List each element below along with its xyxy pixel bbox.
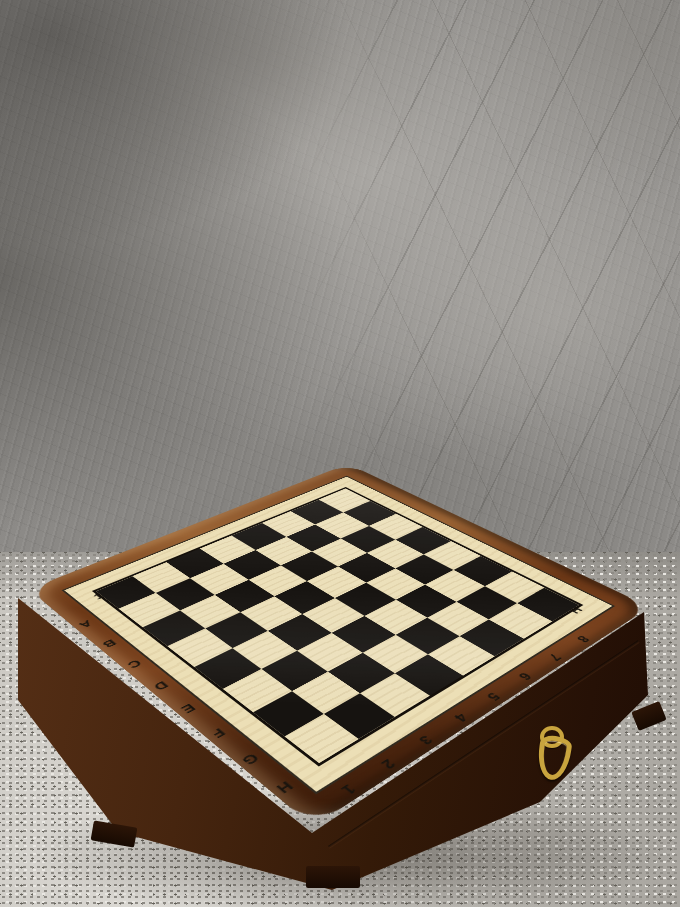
black-rook-icon: ♜ <box>251 588 393 746</box>
white-pawn-icon: ♟ <box>463 498 578 626</box>
chess-board: AABBCCDDEEFFGGHH1122334455667788 ♜♞♝♚♛♝♞… <box>28 464 650 827</box>
board-perspective: AABBCCDDEEFFGGHH1122334455667788 ♜♞♝♚♛♝♞… <box>0 0 680 907</box>
squares-grid: ♜♞♝♚♛♝♞♜♟♟♟♟♟♟♟♟♟♟♟♟♟♟♟♟♜♞♝♛♚♝♞♜ <box>92 487 584 767</box>
photo-scene: AABBCCDDEEFFGGHH1122334455667788 ♜♞♝♚♛♝♞… <box>0 0 680 907</box>
